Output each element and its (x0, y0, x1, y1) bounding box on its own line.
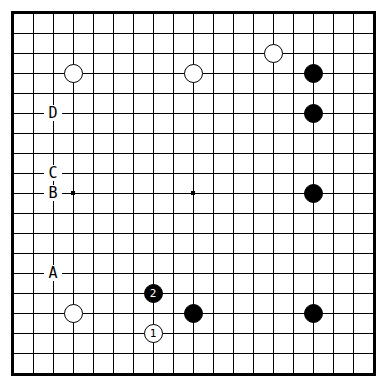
black-stone (304, 104, 323, 123)
move-2-black-stone: 2 (144, 284, 163, 303)
black-stone (304, 304, 323, 323)
move-1-white-stone: 1 (144, 324, 163, 343)
white-stone (64, 64, 83, 83)
intersection-grid: 12DCBA (3, 3, 383, 383)
black-stone (304, 64, 323, 83)
black-stone (304, 184, 323, 203)
go-diagram-page: 12DCBA (0, 0, 390, 390)
point-label-A: A (44, 265, 62, 281)
white-stone (184, 64, 203, 83)
point-label-B: B (44, 185, 62, 201)
point-label-D: D (44, 105, 62, 121)
go-board: 12DCBA (0, 0, 390, 390)
black-stone (184, 304, 203, 323)
point-label-C: C (44, 165, 62, 181)
white-stone (264, 44, 283, 63)
white-stone (64, 304, 83, 323)
